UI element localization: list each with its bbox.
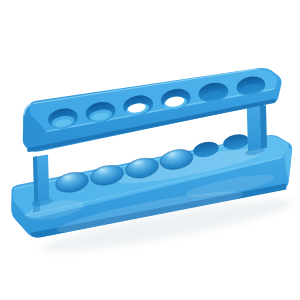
test-tube-rack-illustration — [0, 0, 300, 300]
post-front-face — [247, 104, 261, 151]
product-photo — [0, 0, 300, 300]
post-cast-shadow — [33, 202, 40, 213]
right-post — [245, 104, 267, 156]
